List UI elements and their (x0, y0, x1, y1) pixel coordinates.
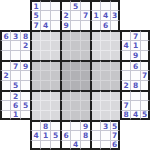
cut-corner-region (10, 120, 20, 130)
sudoku-cell[interactable] (90, 120, 100, 130)
cut-corner-region (10, 130, 20, 140)
given-digit: 1 (13, 111, 18, 118)
sudoku-cell[interactable] (100, 60, 110, 70)
sudoku-cell[interactable] (50, 80, 60, 90)
sudoku-cell[interactable] (70, 80, 80, 90)
given-digit: 3 (13, 33, 18, 40)
given-digit: 4 (73, 141, 78, 148)
sudoku-cell[interactable] (100, 80, 110, 90)
sudoku-cell[interactable]: 9 (60, 20, 70, 30)
given-digit: 7 (13, 63, 18, 70)
cut-corner-region (130, 140, 140, 150)
sudoku-cell[interactable] (40, 40, 50, 50)
sudoku-cell[interactable] (30, 30, 40, 40)
sudoku-cell[interactable] (20, 70, 30, 80)
sudoku-cell[interactable] (90, 50, 100, 60)
sudoku-cell[interactable] (80, 50, 90, 60)
sudoku-cell[interactable] (90, 140, 100, 150)
cut-corner-region (120, 10, 130, 20)
sudoku-cell[interactable] (10, 70, 20, 80)
sudoku-cell[interactable]: 4 (70, 140, 80, 150)
cut-corner-region (120, 20, 130, 30)
sudoku-cell[interactable]: 5 (110, 120, 120, 130)
sudoku-cell[interactable]: 6 (130, 60, 140, 70)
given-digit: 5 (23, 102, 28, 109)
given-digit: 4 (43, 22, 48, 29)
cut-corner-region (0, 20, 10, 30)
sudoku-cell[interactable] (80, 30, 90, 40)
sudoku-cell[interactable]: 2 (0, 70, 10, 80)
cut-corner-region (10, 10, 20, 20)
cut-corner-region (140, 0, 150, 10)
sudoku-cell[interactable] (50, 140, 60, 150)
sudoku-cell[interactable] (0, 90, 10, 100)
given-digit: 2 (123, 82, 128, 89)
sudoku-cell[interactable] (140, 80, 150, 90)
given-digit: 6 (112, 141, 117, 148)
sudoku-cell[interactable] (20, 110, 30, 120)
sudoku-cell[interactable]: 3 (10, 30, 20, 40)
sudoku-cell[interactable] (110, 0, 120, 10)
sudoku-cell[interactable] (40, 140, 50, 150)
cut-corner-region (120, 120, 130, 130)
sudoku-cell[interactable] (50, 110, 60, 120)
flower-sudoku-board: 1552714374966387241979627528265718458935… (0, 0, 152, 152)
given-digit: 8 (83, 132, 88, 139)
sudoku-cell[interactable] (0, 60, 10, 70)
sudoku-cell[interactable] (90, 40, 100, 50)
sudoku-cell[interactable] (20, 80, 30, 90)
sudoku-cell[interactable] (40, 70, 50, 80)
sudoku-cell[interactable] (80, 70, 90, 80)
sudoku-cell[interactable]: 7 (120, 100, 130, 110)
sudoku-cell[interactable] (0, 50, 10, 60)
sudoku-cell[interactable] (110, 60, 120, 70)
sudoku-cell[interactable]: 4 (30, 130, 40, 140)
sudoku-cell[interactable] (30, 50, 40, 60)
sudoku-cell[interactable] (130, 70, 140, 80)
sudoku-cell[interactable] (140, 50, 150, 60)
sudoku-cell[interactable] (50, 120, 60, 130)
sudoku-cell[interactable] (70, 60, 80, 70)
sudoku-cell[interactable]: 1 (130, 40, 140, 50)
sudoku-cell[interactable]: 8 (40, 120, 50, 130)
sudoku-cell[interactable] (70, 90, 80, 100)
sudoku-cell[interactable]: 7 (140, 70, 150, 80)
sudoku-cell[interactable] (80, 90, 90, 100)
cut-corner-region (20, 0, 30, 10)
sudoku-cell[interactable] (20, 50, 30, 60)
sudoku-cell[interactable] (140, 100, 150, 110)
cut-corner-region (130, 120, 140, 130)
given-digit: 7 (112, 132, 117, 139)
sudoku-cell[interactable]: 6 (100, 20, 110, 30)
sudoku-cell[interactable] (30, 80, 40, 90)
given-digit: 6 (3, 33, 8, 40)
sudoku-cell[interactable]: 7 (30, 20, 40, 30)
sudoku-cell[interactable] (50, 100, 60, 110)
given-digit: 1 (133, 42, 138, 49)
sudoku-cell[interactable] (90, 100, 100, 110)
sudoku-cell[interactable] (110, 40, 120, 50)
sudoku-cell[interactable] (140, 60, 150, 70)
given-digit: 8 (123, 111, 128, 118)
sudoku-cell[interactable] (70, 110, 80, 120)
sudoku-cell[interactable] (80, 140, 90, 150)
given-digit: 3 (112, 12, 117, 19)
given-digit: 1 (33, 3, 38, 10)
sudoku-cell[interactable] (80, 100, 90, 110)
sudoku-cell[interactable]: 8 (120, 110, 130, 120)
cut-corner-region (20, 10, 30, 20)
given-digit: 5 (33, 12, 38, 19)
sudoku-cell[interactable] (80, 20, 90, 30)
given-digit: 6 (63, 132, 68, 139)
sudoku-cell[interactable]: 7 (130, 30, 140, 40)
sudoku-cell[interactable] (0, 110, 10, 120)
sudoku-cell[interactable] (40, 10, 50, 20)
cut-corner-region (130, 130, 140, 140)
cut-corner-region (120, 140, 130, 150)
sudoku-cell[interactable]: 1 (30, 0, 40, 10)
sudoku-cell[interactable]: 8 (130, 80, 140, 90)
sudoku-cell[interactable] (70, 70, 80, 80)
sudoku-cell[interactable] (60, 90, 70, 100)
sudoku-cell[interactable]: 9 (130, 50, 140, 60)
sudoku-cell[interactable] (40, 50, 50, 60)
cut-corner-region (0, 120, 10, 130)
sudoku-cell[interactable] (40, 30, 50, 40)
given-digit: 9 (63, 22, 68, 29)
sudoku-cell[interactable] (40, 0, 50, 10)
cut-corner-region (0, 0, 10, 10)
sudoku-cell[interactable]: 1 (90, 10, 100, 20)
sudoku-cell[interactable] (50, 30, 60, 40)
sudoku-cell[interactable]: 5 (30, 10, 40, 20)
given-digit: 2 (23, 42, 28, 49)
given-digit: 1 (93, 12, 98, 19)
cut-corner-region (20, 140, 30, 150)
sudoku-cell[interactable] (0, 80, 10, 90)
sudoku-cell[interactable] (100, 110, 110, 120)
given-digit: 9 (23, 63, 28, 70)
sudoku-cell[interactable]: 2 (10, 90, 20, 100)
sudoku-cell[interactable] (20, 90, 30, 100)
sudoku-cell[interactable] (120, 70, 130, 80)
cut-corner-region (0, 10, 10, 20)
sudoku-cell[interactable] (30, 90, 40, 100)
given-digit: 7 (123, 102, 128, 109)
cut-corner-region (120, 130, 130, 140)
sudoku-cell[interactable] (10, 50, 20, 60)
sudoku-cell[interactable] (50, 10, 60, 20)
sudoku-cell[interactable] (60, 0, 70, 10)
sudoku-cell[interactable] (0, 40, 10, 50)
sudoku-cell[interactable] (100, 0, 110, 10)
sudoku-cell[interactable]: 2 (20, 40, 30, 50)
sudoku-cell[interactable] (70, 100, 80, 110)
given-digit: 5 (73, 3, 78, 10)
cut-corner-region (120, 0, 130, 10)
sudoku-cell[interactable] (60, 60, 70, 70)
sudoku-cell[interactable] (70, 30, 80, 40)
sudoku-cell[interactable] (110, 100, 120, 110)
sudoku-cell[interactable] (70, 40, 80, 50)
given-digit: 4 (33, 132, 38, 139)
sudoku-cell[interactable] (70, 120, 80, 130)
sudoku-cell[interactable] (70, 20, 80, 30)
sudoku-cell[interactable] (80, 80, 90, 90)
given-digit: 6 (103, 22, 108, 29)
given-digit: 2 (3, 72, 8, 79)
sudoku-cell[interactable]: 8 (80, 130, 90, 140)
sudoku-cell[interactable]: 2 (120, 80, 130, 90)
given-digit: 8 (23, 33, 28, 40)
sudoku-cell[interactable] (100, 70, 110, 80)
sudoku-cell[interactable] (50, 40, 60, 50)
sudoku-cell[interactable] (90, 110, 100, 120)
given-digit: 2 (13, 93, 18, 100)
sudoku-cell[interactable] (40, 90, 50, 100)
sudoku-cell[interactable]: 5 (70, 0, 80, 10)
sudoku-cell[interactable] (100, 30, 110, 40)
sudoku-cell[interactable]: 5 (140, 110, 150, 120)
sudoku-cell[interactable]: 6 (110, 140, 120, 150)
given-digit: 9 (133, 52, 138, 59)
given-digit: 4 (103, 12, 108, 19)
sudoku-cell[interactable] (50, 0, 60, 10)
sudoku-cell[interactable] (50, 70, 60, 80)
sudoku-cell[interactable] (100, 50, 110, 60)
sudoku-cell[interactable] (0, 100, 10, 110)
sudoku-cell[interactable] (110, 70, 120, 80)
sudoku-cell[interactable] (40, 60, 50, 70)
sudoku-cell[interactable] (140, 90, 150, 100)
cut-corner-region (130, 20, 140, 30)
sudoku-cell[interactable]: 1 (40, 130, 50, 140)
sudoku-cell[interactable]: 5 (50, 130, 60, 140)
given-digit: 4 (133, 111, 138, 118)
cut-corner-region (140, 140, 150, 150)
sudoku-cell[interactable]: 3 (100, 120, 110, 130)
cut-corner-region (10, 140, 20, 150)
cut-corner-region (130, 10, 140, 20)
sudoku-cell[interactable] (80, 0, 90, 10)
sudoku-cell[interactable] (40, 80, 50, 90)
sudoku-cell[interactable] (90, 70, 100, 80)
given-digit: 7 (33, 22, 38, 29)
cut-corner-region (140, 10, 150, 20)
sudoku-cell[interactable]: 8 (20, 30, 30, 40)
sudoku-cell[interactable] (90, 20, 100, 30)
sudoku-cell[interactable] (110, 50, 120, 60)
sudoku-cell[interactable] (140, 40, 150, 50)
sudoku-cell[interactable]: 4 (120, 40, 130, 50)
cut-corner-region (0, 130, 10, 140)
sudoku-cell[interactable] (30, 110, 40, 120)
sudoku-cell[interactable]: 2 (60, 10, 70, 20)
sudoku-cell[interactable] (30, 70, 40, 80)
sudoku-cell[interactable] (80, 110, 90, 120)
given-digit: 8 (43, 123, 48, 130)
given-digit: 3 (103, 123, 108, 130)
sudoku-cell[interactable]: 4 (100, 10, 110, 20)
sudoku-cell[interactable] (90, 30, 100, 40)
sudoku-cell[interactable]: 9 (80, 120, 90, 130)
given-digit: 7 (83, 12, 88, 19)
sudoku-cell[interactable] (70, 10, 80, 20)
sudoku-cell[interactable]: 6 (0, 30, 10, 40)
sudoku-cell[interactable] (60, 40, 70, 50)
cut-corner-region (140, 20, 150, 30)
sudoku-cell[interactable]: 4 (130, 110, 140, 120)
cut-corner-region (130, 0, 140, 10)
sudoku-cell[interactable] (90, 130, 100, 140)
cut-corner-region (20, 20, 30, 30)
cut-corner-region (20, 120, 30, 130)
sudoku-cell[interactable] (60, 50, 70, 60)
sudoku-cell[interactable] (110, 20, 120, 30)
sudoku-cell[interactable] (40, 100, 50, 110)
given-digit: 7 (133, 33, 138, 40)
sudoku-cell[interactable] (30, 60, 40, 70)
sudoku-cell[interactable]: 6 (10, 100, 20, 110)
sudoku-cell[interactable] (10, 40, 20, 50)
sudoku-cell[interactable]: 7 (10, 60, 20, 70)
sudoku-cell[interactable] (110, 80, 120, 90)
sudoku-cell[interactable] (100, 130, 110, 140)
sudoku-cell[interactable] (120, 90, 130, 100)
sudoku-cell[interactable] (80, 40, 90, 50)
cut-corner-region (10, 0, 20, 10)
given-digit: 4 (123, 42, 128, 49)
sudoku-cell[interactable]: 1 (10, 110, 20, 120)
sudoku-cell[interactable] (70, 130, 80, 140)
given-digit: 5 (112, 123, 117, 130)
sudoku-cell[interactable] (90, 60, 100, 70)
sudoku-cell[interactable] (110, 90, 120, 100)
sudoku-cell[interactable] (60, 70, 70, 80)
sudoku-cell[interactable]: 7 (110, 130, 120, 140)
given-digit: 6 (13, 102, 18, 109)
sudoku-cell[interactable] (120, 50, 130, 60)
sudoku-cell[interactable]: 3 (110, 10, 120, 20)
sudoku-cell[interactable] (90, 0, 100, 10)
cut-corner-region (140, 130, 150, 140)
cut-corner-region (10, 20, 20, 30)
sudoku-cell[interactable] (90, 80, 100, 90)
given-digit: 2 (63, 12, 68, 19)
sudoku-cell[interactable]: 9 (20, 60, 30, 70)
sudoku-cell[interactable] (30, 100, 40, 110)
sudoku-cell[interactable] (60, 80, 70, 90)
sudoku-cell[interactable] (30, 40, 40, 50)
sudoku-cell[interactable] (80, 60, 90, 70)
sudoku-cell[interactable] (30, 140, 40, 150)
sudoku-cell[interactable]: 5 (20, 100, 30, 110)
sudoku-cell[interactable] (60, 140, 70, 150)
sudoku-cell[interactable] (70, 50, 80, 60)
sudoku-cell[interactable] (60, 30, 70, 40)
cut-corner-region (20, 130, 30, 140)
given-digit: 1 (43, 132, 48, 139)
given-digit: 8 (133, 82, 138, 89)
given-digit: 6 (133, 63, 138, 70)
given-digit: 9 (83, 123, 88, 130)
sudoku-cell[interactable] (50, 90, 60, 100)
sudoku-cell[interactable] (120, 60, 130, 70)
given-digit: 7 (142, 72, 147, 79)
sudoku-cell[interactable]: 7 (80, 10, 90, 20)
sudoku-cell[interactable]: 6 (60, 130, 70, 140)
sudoku-cell[interactable] (60, 110, 70, 120)
sudoku-cell[interactable] (110, 30, 120, 40)
sudoku-cell[interactable] (30, 120, 40, 130)
sudoku-cell[interactable] (100, 90, 110, 100)
cut-corner-region (140, 120, 150, 130)
sudoku-cell[interactable] (130, 100, 140, 110)
sudoku-cell[interactable] (100, 140, 110, 150)
sudoku-cell[interactable] (90, 90, 100, 100)
sudoku-cell[interactable] (60, 100, 70, 110)
sudoku-cell[interactable]: 4 (40, 20, 50, 30)
sudoku-cell[interactable] (140, 30, 150, 40)
sudoku-cell[interactable] (60, 120, 70, 130)
sudoku-cell[interactable] (50, 50, 60, 60)
given-digit: 5 (53, 132, 58, 139)
cut-corner-region (0, 140, 10, 150)
sudoku-cell[interactable] (100, 40, 110, 50)
sudoku-cell[interactable] (120, 30, 130, 40)
sudoku-cell[interactable] (50, 20, 60, 30)
sudoku-cell[interactable] (40, 110, 50, 120)
sudoku-cell[interactable] (130, 90, 140, 100)
sudoku-cell[interactable] (100, 100, 110, 110)
given-digit: 5 (142, 111, 147, 118)
given-digit: 5 (13, 82, 18, 89)
sudoku-cell[interactable] (50, 60, 60, 70)
sudoku-cell[interactable]: 5 (10, 80, 20, 90)
sudoku-cell[interactable] (110, 110, 120, 120)
